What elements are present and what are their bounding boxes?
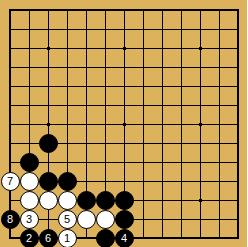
- black-stone[interactable]: [115, 210, 134, 229]
- stones-layer: 82647351: [1, 1, 248, 247]
- white-stone[interactable]: [77, 210, 96, 229]
- move-number: 3: [26, 214, 32, 225]
- black-stone[interactable]: [96, 229, 115, 247]
- black-stone-move-6[interactable]: 6: [39, 229, 58, 247]
- move-number: 5: [64, 214, 70, 225]
- white-stone[interactable]: [58, 191, 77, 210]
- black-stone[interactable]: [39, 134, 58, 153]
- black-stone[interactable]: [115, 191, 134, 210]
- move-number: 2: [26, 233, 32, 244]
- move-number: 7: [7, 176, 13, 187]
- black-stone[interactable]: [58, 172, 77, 191]
- white-stone[interactable]: [96, 210, 115, 229]
- black-stone-move-8[interactable]: 8: [1, 210, 20, 229]
- move-number: 8: [7, 214, 13, 225]
- black-stone-move-2[interactable]: 2: [20, 229, 39, 247]
- white-stone[interactable]: [20, 172, 39, 191]
- white-stone-move-3[interactable]: 3: [20, 210, 39, 229]
- go-board[interactable]: 82647351: [0, 0, 247, 247]
- move-number: 6: [45, 233, 51, 244]
- move-number: 4: [121, 233, 127, 244]
- white-stone[interactable]: [20, 191, 39, 210]
- white-stone-move-5[interactable]: 5: [58, 210, 77, 229]
- black-stone-move-4[interactable]: 4: [115, 229, 134, 247]
- move-number: 1: [64, 233, 70, 244]
- black-stone[interactable]: [20, 153, 39, 172]
- white-stone-move-1[interactable]: 1: [58, 229, 77, 247]
- black-stone[interactable]: [96, 191, 115, 210]
- white-stone-move-7[interactable]: 7: [1, 172, 20, 191]
- black-stone[interactable]: [77, 191, 96, 210]
- white-stone[interactable]: [39, 191, 58, 210]
- black-stone[interactable]: [39, 172, 58, 191]
